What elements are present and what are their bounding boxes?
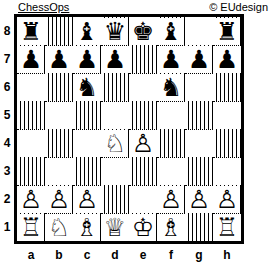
square-c2: ♙: [73, 185, 101, 213]
file-label-a: a: [17, 248, 45, 262]
square-h5: [213, 101, 241, 129]
square-e2: [129, 185, 157, 213]
piece-black-bishop-f8: ♝: [158, 18, 184, 45]
rank-labels: 87654321: [0, 14, 14, 244]
file-label-g: g: [185, 248, 213, 262]
square-g1: [185, 213, 213, 241]
piece-black-pawn-b7: ♟: [46, 46, 72, 73]
piece-white-knight-d4: ♘: [102, 130, 128, 157]
file-label-d: d: [101, 248, 129, 262]
piece-white-pawn-g2: ♙: [186, 186, 212, 213]
piece-white-rook-h1: ♖: [214, 214, 240, 241]
square-f7: ♟: [157, 45, 185, 73]
square-f1: ♗: [157, 213, 185, 241]
square-d8: ♛: [101, 17, 129, 45]
square-e8: ♚: [129, 17, 157, 45]
header: ChessOps © EUdesign: [0, 0, 270, 14]
square-d3: [101, 157, 129, 185]
file-label-b: b: [45, 248, 73, 262]
square-c7: ♟: [73, 45, 101, 73]
square-h1: ♖: [213, 213, 241, 241]
piece-white-knight-b1: ♘: [46, 214, 72, 241]
square-a7: ♟: [17, 45, 45, 73]
piece-white-pawn-h2: ♙: [214, 186, 240, 213]
rank-label-7: 7: [0, 45, 14, 73]
piece-black-pawn-f7: ♟: [158, 46, 184, 73]
credit-text: © EUdesign: [209, 1, 268, 13]
square-e6: [129, 73, 157, 101]
square-b8: [45, 17, 73, 45]
square-g5: [185, 101, 213, 129]
square-c8: ♝: [73, 17, 101, 45]
board-area: 87654321 ♜♝♛♚♝♜♟♟♟♟♟♟♟♞♞♘♙♙♙♙♙♙♙♖♘♗♕♔♗♖: [0, 14, 244, 244]
piece-black-knight-f6: ♞: [158, 74, 184, 101]
square-b4: [45, 129, 73, 157]
square-d6: [101, 73, 129, 101]
square-b7: ♟: [45, 45, 73, 73]
square-c4: [73, 129, 101, 157]
square-d7: ♟: [101, 45, 129, 73]
square-e7: [129, 45, 157, 73]
square-h4: [213, 129, 241, 157]
square-a8: ♜: [17, 17, 45, 45]
rank-label-4: 4: [0, 129, 14, 157]
square-f6: ♞: [157, 73, 185, 101]
piece-white-king-e1: ♔: [130, 214, 156, 241]
piece-black-rook-h8: ♜: [214, 18, 240, 45]
rank-label-6: 6: [0, 73, 14, 101]
square-a4: [17, 129, 45, 157]
square-h2: ♙: [213, 185, 241, 213]
piece-white-queen-d1: ♕: [102, 214, 128, 241]
piece-white-pawn-c2: ♙: [74, 186, 100, 213]
piece-white-pawn-b2: ♙: [46, 186, 72, 213]
file-label-h: h: [213, 248, 241, 262]
square-f4: [157, 129, 185, 157]
piece-white-bishop-c1: ♗: [74, 214, 100, 241]
rank-label-8: 8: [0, 17, 14, 45]
piece-black-pawn-d7: ♟: [102, 46, 128, 73]
app-title-link[interactable]: ChessOps: [18, 1, 69, 13]
file-label-c: c: [73, 248, 101, 262]
square-b6: [45, 73, 73, 101]
square-h8: ♜: [213, 17, 241, 45]
square-d2: [101, 185, 129, 213]
square-c6: ♞: [73, 73, 101, 101]
square-f8: ♝: [157, 17, 185, 45]
file-labels: abcdefgh: [17, 248, 241, 262]
square-h6: [213, 73, 241, 101]
square-e1: ♔: [129, 213, 157, 241]
square-b5: [45, 101, 73, 129]
piece-white-pawn-e4: ♙: [130, 130, 156, 157]
square-b2: ♙: [45, 185, 73, 213]
square-b1: ♘: [45, 213, 73, 241]
square-e5: [129, 101, 157, 129]
square-g8: [185, 17, 213, 45]
rank-label-5: 5: [0, 101, 14, 129]
square-g2: ♙: [185, 185, 213, 213]
square-c1: ♗: [73, 213, 101, 241]
piece-white-rook-a1: ♖: [18, 214, 44, 241]
square-b3: [45, 157, 73, 185]
square-e3: [129, 157, 157, 185]
square-a2: ♙: [17, 185, 45, 213]
rank-label-3: 3: [0, 157, 14, 185]
square-d5: [101, 101, 129, 129]
piece-white-bishop-f1: ♗: [158, 214, 184, 241]
square-d4: ♘: [101, 129, 129, 157]
square-g7: ♟: [185, 45, 213, 73]
chess-board: ♜♝♛♚♝♜♟♟♟♟♟♟♟♞♞♘♙♙♙♙♙♙♙♖♘♗♕♔♗♖: [14, 14, 244, 244]
piece-black-pawn-c7: ♟: [74, 46, 100, 73]
square-a3: [17, 157, 45, 185]
piece-black-knight-c6: ♞: [74, 74, 100, 101]
square-d1: ♕: [101, 213, 129, 241]
piece-black-bishop-c8: ♝: [74, 18, 100, 45]
square-h7: ♟: [213, 45, 241, 73]
piece-black-pawn-a7: ♟: [18, 46, 44, 73]
square-a1: ♖: [17, 213, 45, 241]
piece-black-queen-d8: ♛: [102, 18, 128, 45]
square-a5: [17, 101, 45, 129]
square-a6: [17, 73, 45, 101]
square-h3: [213, 157, 241, 185]
file-label-e: e: [129, 248, 157, 262]
rank-label-2: 2: [0, 185, 14, 213]
square-g6: [185, 73, 213, 101]
square-f5: [157, 101, 185, 129]
square-g3: [185, 157, 213, 185]
piece-white-pawn-f2: ♙: [158, 186, 184, 213]
chessops-diagram: ChessOps © EUdesign 87654321 ♜♝♛♚♝♜♟♟♟♟♟…: [0, 0, 270, 270]
rank-label-1: 1: [0, 213, 14, 241]
piece-white-pawn-a2: ♙: [18, 186, 44, 213]
piece-black-pawn-g7: ♟: [186, 46, 212, 73]
piece-black-king-e8: ♚: [130, 18, 156, 45]
piece-black-rook-a8: ♜: [18, 18, 44, 45]
square-c5: [73, 101, 101, 129]
piece-black-pawn-h7: ♟: [214, 46, 240, 73]
square-f3: [157, 157, 185, 185]
square-e4: ♙: [129, 129, 157, 157]
square-f2: ♙: [157, 185, 185, 213]
square-c3: [73, 157, 101, 185]
file-label-f: f: [157, 248, 185, 262]
square-g4: [185, 129, 213, 157]
